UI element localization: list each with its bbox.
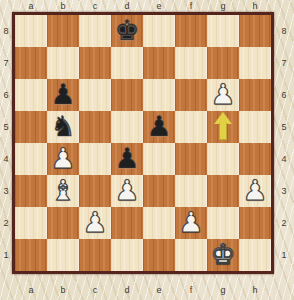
square-b7[interactable] — [47, 47, 79, 79]
white-bishop-b3[interactable]: ♝ — [47, 175, 79, 207]
chess-board-widget: ♚♟♟♞♟♟♟♝♟♟♟♟♚ aabbccddeeffgghh8877665544… — [0, 0, 294, 300]
file-label-top-a: a — [24, 0, 38, 12]
square-d1[interactable] — [111, 239, 143, 271]
last-move-arrow-tail — [219, 123, 227, 140]
file-label-bottom-b: b — [56, 284, 70, 296]
file-label-bottom-f: f — [184, 284, 198, 296]
square-g3[interactable] — [207, 175, 239, 207]
square-f3[interactable] — [175, 175, 207, 207]
white-pawn-h3[interactable]: ♟ — [239, 175, 271, 207]
file-label-bottom-c: c — [88, 284, 102, 296]
square-h7[interactable] — [239, 47, 271, 79]
square-e3[interactable] — [143, 175, 175, 207]
rank-label-left-2: 2 — [0, 217, 13, 229]
square-h6[interactable] — [239, 79, 271, 111]
rank-label-left-8: 8 — [0, 25, 13, 37]
square-c7[interactable] — [79, 47, 111, 79]
square-h1[interactable] — [239, 239, 271, 271]
black-pawn-d4[interactable]: ♟ — [111, 143, 143, 175]
square-a4[interactable] — [15, 143, 47, 175]
rank-label-right-8: 8 — [277, 25, 291, 37]
file-label-top-c: c — [88, 0, 102, 12]
rank-label-left-6: 6 — [0, 89, 13, 101]
square-a1[interactable] — [15, 239, 47, 271]
square-h4[interactable] — [239, 143, 271, 175]
square-a5[interactable] — [15, 111, 47, 143]
rank-label-right-3: 3 — [277, 185, 291, 197]
square-e2[interactable] — [143, 207, 175, 239]
file-label-top-e: e — [152, 0, 166, 12]
square-d6[interactable] — [111, 79, 143, 111]
white-pawn-d3[interactable]: ♟ — [111, 175, 143, 207]
black-pawn-e5[interactable]: ♟ — [143, 111, 175, 143]
rank-label-right-5: 5 — [277, 121, 291, 133]
square-a6[interactable] — [15, 79, 47, 111]
square-f7[interactable] — [175, 47, 207, 79]
file-label-top-h: h — [248, 0, 262, 12]
square-a7[interactable] — [15, 47, 47, 79]
file-label-bottom-h: h — [248, 284, 262, 296]
square-e1[interactable] — [143, 239, 175, 271]
square-b1[interactable] — [47, 239, 79, 271]
white-king-g1[interactable]: ♚ — [207, 239, 239, 271]
square-b2[interactable] — [47, 207, 79, 239]
square-e8[interactable] — [143, 15, 175, 47]
square-c8[interactable] — [79, 15, 111, 47]
black-knight-b5[interactable]: ♞ — [47, 111, 79, 143]
square-d5[interactable] — [111, 111, 143, 143]
square-e4[interactable] — [143, 143, 175, 175]
square-c3[interactable] — [79, 175, 111, 207]
square-h5[interactable] — [239, 111, 271, 143]
square-g8[interactable] — [207, 15, 239, 47]
square-e7[interactable] — [143, 47, 175, 79]
square-c5[interactable] — [79, 111, 111, 143]
rank-label-right-6: 6 — [277, 89, 291, 101]
white-pawn-g6[interactable]: ♟ — [207, 79, 239, 111]
rank-label-right-2: 2 — [277, 217, 291, 229]
file-label-top-d: d — [120, 0, 134, 12]
file-label-top-g: g — [216, 0, 230, 12]
square-d2[interactable] — [111, 207, 143, 239]
square-a2[interactable] — [15, 207, 47, 239]
square-f6[interactable] — [175, 79, 207, 111]
square-g7[interactable] — [207, 47, 239, 79]
square-f8[interactable] — [175, 15, 207, 47]
white-pawn-c2[interactable]: ♟ — [79, 207, 111, 239]
file-label-bottom-d: d — [120, 284, 134, 296]
square-h2[interactable] — [239, 207, 271, 239]
chess-board[interactable]: ♚♟♟♞♟♟♟♝♟♟♟♟♚ — [12, 12, 274, 274]
rank-label-right-4: 4 — [277, 153, 291, 165]
square-a8[interactable] — [15, 15, 47, 47]
black-pawn-b6[interactable]: ♟ — [47, 79, 79, 111]
square-c4[interactable] — [79, 143, 111, 175]
square-b8[interactable] — [47, 15, 79, 47]
rank-label-left-7: 7 — [0, 57, 13, 69]
rank-label-left-5: 5 — [0, 121, 13, 133]
white-pawn-b4[interactable]: ♟ — [47, 143, 79, 175]
file-label-bottom-g: g — [216, 284, 230, 296]
rank-label-left-4: 4 — [0, 153, 13, 165]
square-a3[interactable] — [15, 175, 47, 207]
square-c1[interactable] — [79, 239, 111, 271]
square-g2[interactable] — [207, 207, 239, 239]
file-label-top-b: b — [56, 0, 70, 12]
square-e6[interactable] — [143, 79, 175, 111]
square-f1[interactable] — [175, 239, 207, 271]
rank-label-left-3: 3 — [0, 185, 13, 197]
white-pawn-f2[interactable]: ♟ — [175, 207, 207, 239]
rank-label-right-1: 1 — [277, 249, 291, 261]
square-f4[interactable] — [175, 143, 207, 175]
file-label-bottom-e: e — [152, 284, 166, 296]
rank-label-left-1: 1 — [0, 249, 13, 261]
square-f5[interactable] — [175, 111, 207, 143]
square-h8[interactable] — [239, 15, 271, 47]
file-label-top-f: f — [184, 0, 198, 12]
black-king-d8[interactable]: ♚ — [111, 15, 143, 47]
square-d7[interactable] — [111, 47, 143, 79]
square-c6[interactable] — [79, 79, 111, 111]
file-label-bottom-a: a — [24, 284, 38, 296]
rank-label-right-7: 7 — [277, 57, 291, 69]
square-g4[interactable] — [207, 143, 239, 175]
